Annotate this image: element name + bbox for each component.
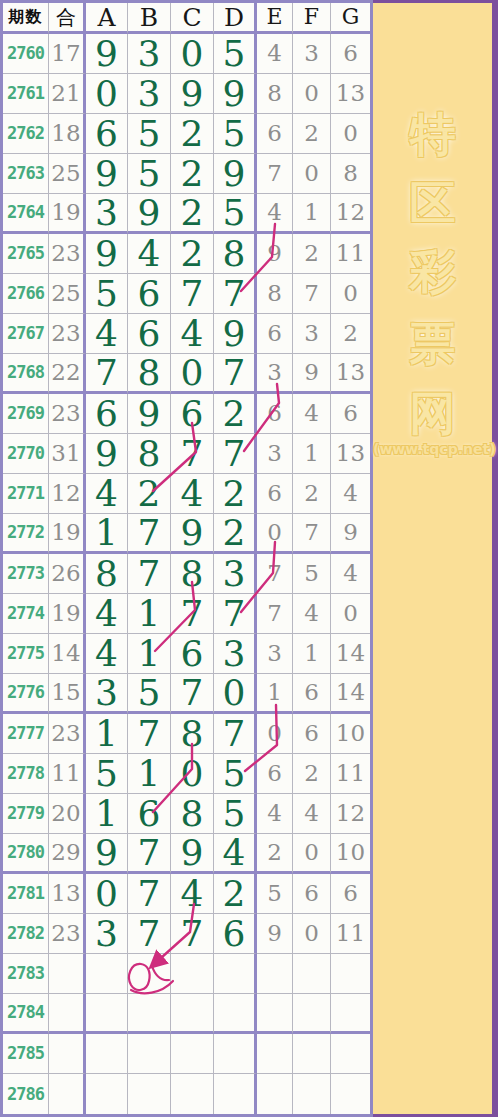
cell-2761-G: 13 [331,74,370,114]
cell-2768-period: 2768 [3,354,49,394]
cell-2768-E: 3 [257,354,293,394]
cell-2783-sum [49,954,86,994]
cell-2776-sum: 15 [49,674,86,714]
cell-2768-B: 8 [128,354,171,394]
cell-2770-sum: 31 [49,434,86,474]
cell-2766-C: 7 [171,274,214,314]
cell-2784-E [257,994,293,1034]
cell-2778-A: 5 [86,754,128,794]
cell-2774-period: 2774 [3,594,49,634]
cell-2762-C: 2 [171,114,214,154]
lottery-trend-chart: 期数合ABCDEFG276017930543627612103998013276… [0,0,498,1117]
cell-2783-G [331,954,370,994]
cell-2786-sum [49,1074,86,1114]
cell-2772-F: 7 [293,514,331,554]
header-C: C [171,3,214,34]
cell-2782-E: 9 [257,914,293,954]
watermark-char-5: 网 [373,383,492,445]
cell-2768-sum: 22 [49,354,86,394]
cell-2771-C: 4 [171,474,214,514]
cell-2786-A [86,1074,128,1114]
cell-2773-period: 2773 [3,554,49,594]
cell-2780-B: 7 [128,834,171,874]
cell-2760-F: 3 [293,34,331,74]
cell-2786-E [257,1074,293,1114]
cell-2766-E: 8 [257,274,293,314]
cell-2770-B: 8 [128,434,171,474]
cell-2779-E: 4 [257,794,293,834]
cell-2778-E: 6 [257,754,293,794]
cell-2786-F [293,1074,331,1114]
cell-2772-sum: 19 [49,514,86,554]
cell-2779-A: 1 [86,794,128,834]
cell-2771-G: 4 [331,474,370,514]
cell-2765-C: 2 [171,234,214,274]
cell-2786-D [214,1074,257,1114]
cell-2785-G [331,1034,370,1074]
cell-2775-E: 3 [257,634,293,674]
cell-2781-E: 5 [257,874,293,914]
cell-2766-period: 2766 [3,274,49,314]
cell-2777-C: 8 [171,714,214,754]
cell-2775-F: 1 [293,634,331,674]
cell-2772-C: 9 [171,514,214,554]
cell-2765-D: 8 [214,234,257,274]
cell-2782-period: 2782 [3,914,49,954]
cell-2771-B: 2 [128,474,171,514]
cell-2781-D: 2 [214,874,257,914]
cell-2776-F: 6 [293,674,331,714]
cell-2775-C: 6 [171,634,214,674]
cell-2785-E [257,1034,293,1074]
cell-2777-D: 7 [214,714,257,754]
cell-2770-F: 1 [293,434,331,474]
cell-2763-period: 2763 [3,154,49,194]
cell-2765-E: 9 [257,234,293,274]
cell-2783-D [214,954,257,994]
cell-2761-D: 9 [214,74,257,114]
watermark-char-1: 特 [373,104,492,166]
cell-2784-B [128,994,171,1034]
cell-2760-period: 2760 [3,34,49,74]
header-E: E [257,3,293,34]
cell-2773-B: 7 [128,554,171,594]
cell-2772-D: 2 [214,514,257,554]
cell-2775-G: 14 [331,634,370,674]
cell-2763-G: 8 [331,154,370,194]
cell-2761-F: 0 [293,74,331,114]
cell-2760-A: 9 [86,34,128,74]
cell-2769-F: 4 [293,394,331,434]
cell-2780-D: 4 [214,834,257,874]
cell-2766-G: 0 [331,274,370,314]
cell-2780-E: 2 [257,834,293,874]
header-period: 期数 [3,3,49,34]
watermark-url: (www.tqcp.net) [373,441,492,457]
cell-2778-D: 5 [214,754,257,794]
cell-2760-E: 4 [257,34,293,74]
cell-2785-period: 2785 [3,1034,49,1074]
cell-2786-C [171,1074,214,1114]
cell-2772-E: 0 [257,514,293,554]
cell-2770-period: 2770 [3,434,49,474]
cell-2769-period: 2769 [3,394,49,434]
cell-2761-period: 2761 [3,74,49,114]
cell-2764-sum: 19 [49,194,86,234]
cell-2762-period: 2762 [3,114,49,154]
cell-2772-B: 7 [128,514,171,554]
cell-2781-F: 6 [293,874,331,914]
cell-2762-sum: 18 [49,114,86,154]
cell-2781-period: 2781 [3,874,49,914]
header-G: G [331,3,370,34]
cell-2769-B: 9 [128,394,171,434]
header-F: F [293,3,331,34]
cell-2774-B: 1 [128,594,171,634]
cell-2784-G [331,994,370,1034]
cell-2763-F: 0 [293,154,331,194]
cell-2776-B: 5 [128,674,171,714]
cell-2762-B: 5 [128,114,171,154]
cell-2768-D: 7 [214,354,257,394]
cell-2783-C [171,954,214,994]
cell-2773-sum: 26 [49,554,86,594]
cell-2769-G: 6 [331,394,370,434]
cell-2778-F: 2 [293,754,331,794]
cell-2777-F: 6 [293,714,331,754]
cell-2782-B: 7 [128,914,171,954]
cell-2767-A: 4 [86,314,128,354]
cell-2786-B [128,1074,171,1114]
header-A: A [86,3,128,34]
cell-2782-A: 3 [86,914,128,954]
cell-2779-G: 12 [331,794,370,834]
cell-2767-period: 2767 [3,314,49,354]
cell-2763-sum: 25 [49,154,86,194]
cell-2777-A: 1 [86,714,128,754]
cell-2770-C: 7 [171,434,214,474]
cell-2780-C: 9 [171,834,214,874]
cell-2766-B: 6 [128,274,171,314]
cell-2773-G: 4 [331,554,370,594]
cell-2761-E: 8 [257,74,293,114]
cell-2768-F: 9 [293,354,331,394]
watermark-char-3: 彩 [373,241,492,303]
cell-2779-period: 2779 [3,794,49,834]
cell-2768-G: 13 [331,354,370,394]
cell-2777-G: 10 [331,714,370,754]
cell-2778-C: 0 [171,754,214,794]
cell-2761-C: 9 [171,74,214,114]
cell-2779-F: 4 [293,794,331,834]
cell-2763-E: 7 [257,154,293,194]
cell-2766-sum: 25 [49,274,86,314]
cell-2774-D: 7 [214,594,257,634]
cell-2765-G: 11 [331,234,370,274]
cell-2771-sum: 12 [49,474,86,514]
cell-2780-G: 10 [331,834,370,874]
cell-2770-D: 7 [214,434,257,474]
cell-2778-sum: 11 [49,754,86,794]
cell-2770-A: 9 [86,434,128,474]
cell-2781-A: 0 [86,874,128,914]
cell-2763-A: 9 [86,154,128,194]
cell-2773-A: 8 [86,554,128,594]
cell-2766-A: 5 [86,274,128,314]
cell-2767-F: 3 [293,314,331,354]
cell-2781-G: 6 [331,874,370,914]
watermark-panel: 特区彩票网 (www.tqcp.net) [373,0,498,1117]
cell-2760-D: 5 [214,34,257,74]
cell-2763-B: 5 [128,154,171,194]
cell-2775-D: 3 [214,634,257,674]
cell-2779-sum: 20 [49,794,86,834]
cell-2770-G: 13 [331,434,370,474]
cell-2780-period: 2780 [3,834,49,874]
cell-2783-period: 2783 [3,954,49,994]
cell-2776-C: 7 [171,674,214,714]
cell-2779-D: 5 [214,794,257,834]
cell-2762-A: 6 [86,114,128,154]
cell-2764-B: 9 [128,194,171,234]
cell-2771-E: 6 [257,474,293,514]
cell-2777-sum: 23 [49,714,86,754]
cell-2771-period: 2771 [3,474,49,514]
cell-2785-sum [49,1034,86,1074]
cell-2762-E: 6 [257,114,293,154]
cell-2774-C: 7 [171,594,214,634]
cell-2765-sum: 23 [49,234,86,274]
cell-2783-E [257,954,293,994]
cell-2783-F [293,954,331,994]
cell-2776-period: 2776 [3,674,49,714]
cell-2784-A [86,994,128,1034]
cell-2766-D: 7 [214,274,257,314]
cell-2781-sum: 13 [49,874,86,914]
cell-2785-A [86,1034,128,1074]
cell-2762-G: 0 [331,114,370,154]
cell-2773-E: 7 [257,554,293,594]
cell-2784-D [214,994,257,1034]
cell-2774-G: 0 [331,594,370,634]
cell-2781-B: 7 [128,874,171,914]
cell-2764-A: 3 [86,194,128,234]
cell-2776-A: 3 [86,674,128,714]
cell-2778-period: 2778 [3,754,49,794]
cell-2769-E: 6 [257,394,293,434]
cell-2782-D: 6 [214,914,257,954]
cell-2767-C: 4 [171,314,214,354]
cell-2784-C [171,994,214,1034]
cell-2763-C: 2 [171,154,214,194]
cell-2786-G [331,1074,370,1114]
cell-2775-A: 4 [86,634,128,674]
watermark-char-4: 票 [373,313,492,375]
cell-2768-C: 0 [171,354,214,394]
cell-2781-C: 4 [171,874,214,914]
cell-2772-period: 2772 [3,514,49,554]
cell-2762-D: 5 [214,114,257,154]
cell-2778-G: 11 [331,754,370,794]
cell-2773-F: 5 [293,554,331,594]
cell-2776-E: 1 [257,674,293,714]
cell-2764-D: 5 [214,194,257,234]
cell-2770-E: 3 [257,434,293,474]
cell-2776-G: 14 [331,674,370,714]
cell-2761-A: 0 [86,74,128,114]
cell-2761-sum: 21 [49,74,86,114]
cell-2782-sum: 23 [49,914,86,954]
cell-2775-B: 1 [128,634,171,674]
cell-2780-F: 0 [293,834,331,874]
cell-2772-G: 9 [331,514,370,554]
cell-2777-period: 2777 [3,714,49,754]
cell-2764-C: 2 [171,194,214,234]
cell-2761-B: 3 [128,74,171,114]
cell-2783-A [86,954,128,994]
cell-2760-B: 3 [128,34,171,74]
cell-2780-A: 9 [86,834,128,874]
cell-2783-B [128,954,171,994]
cell-2763-D: 9 [214,154,257,194]
cell-2774-F: 4 [293,594,331,634]
cell-2773-C: 8 [171,554,214,594]
cell-2774-A: 4 [86,594,128,634]
cell-2771-F: 2 [293,474,331,514]
cell-2767-G: 2 [331,314,370,354]
cell-2784-sum [49,994,86,1034]
header-B: B [128,3,171,34]
cell-2774-sum: 19 [49,594,86,634]
cell-2785-C [171,1034,214,1074]
cell-2786-period: 2786 [3,1074,49,1114]
cell-2772-A: 1 [86,514,128,554]
cell-2765-B: 4 [128,234,171,274]
cell-2784-F [293,994,331,1034]
cell-2774-E: 7 [257,594,293,634]
cell-2776-D: 0 [214,674,257,714]
cell-2785-B [128,1034,171,1074]
cell-2768-A: 7 [86,354,128,394]
cell-2767-sum: 23 [49,314,86,354]
cell-2785-D [214,1034,257,1074]
cell-2785-F [293,1034,331,1074]
cell-2766-F: 7 [293,274,331,314]
cell-2779-C: 8 [171,794,214,834]
cell-2767-D: 9 [214,314,257,354]
cell-2775-sum: 14 [49,634,86,674]
header-D: D [214,3,257,34]
cell-2773-D: 3 [214,554,257,594]
cell-2767-E: 6 [257,314,293,354]
cell-2778-B: 1 [128,754,171,794]
cell-2769-C: 6 [171,394,214,434]
cell-2782-F: 0 [293,914,331,954]
cell-2779-B: 6 [128,794,171,834]
cell-2777-B: 7 [128,714,171,754]
cell-2769-D: 2 [214,394,257,434]
cell-2771-A: 4 [86,474,128,514]
cell-2760-C: 0 [171,34,214,74]
cell-2775-period: 2775 [3,634,49,674]
cell-2764-period: 2764 [3,194,49,234]
cell-2765-A: 9 [86,234,128,274]
cell-2769-A: 6 [86,394,128,434]
cell-2782-G: 11 [331,914,370,954]
cell-2764-G: 12 [331,194,370,234]
cell-2767-B: 6 [128,314,171,354]
cell-2762-F: 2 [293,114,331,154]
watermark-char-2: 区 [373,173,492,235]
cell-2765-period: 2765 [3,234,49,274]
cell-2771-D: 2 [214,474,257,514]
cell-2760-sum: 17 [49,34,86,74]
cell-2769-sum: 23 [49,394,86,434]
cell-2777-E: 0 [257,714,293,754]
cell-2780-sum: 29 [49,834,86,874]
cell-2764-E: 4 [257,194,293,234]
header-sum: 合 [49,3,86,34]
cell-2764-F: 1 [293,194,331,234]
cell-2784-period: 2784 [3,994,49,1034]
cell-2765-F: 2 [293,234,331,274]
cell-2760-G: 6 [331,34,370,74]
cell-2782-C: 7 [171,914,214,954]
trend-table: 期数合ABCDEFG276017930543627612103998013276… [0,0,373,1117]
